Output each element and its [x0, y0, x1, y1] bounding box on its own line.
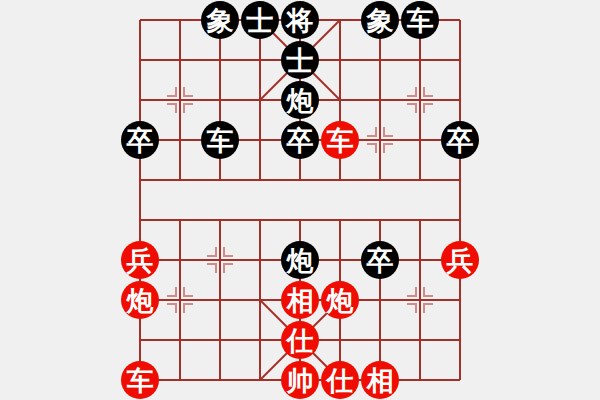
black-chariot[interactable]: 车: [201, 121, 239, 159]
red-cannon[interactable]: 炮: [321, 281, 359, 319]
red-cannon[interactable]: 炮: [121, 281, 159, 319]
black-soldier[interactable]: 卒: [361, 241, 399, 279]
piece-layer: 象士将象车士炮卒车卒车卒兵炮卒兵炮相炮仕车帅仕相: [120, 0, 480, 400]
black-general[interactable]: 将: [281, 1, 319, 39]
red-elephant[interactable]: 相: [281, 281, 319, 319]
black-soldier[interactable]: 卒: [281, 121, 319, 159]
black-soldier[interactable]: 卒: [441, 121, 479, 159]
black-chariot[interactable]: 车: [401, 1, 439, 39]
red-soldier[interactable]: 兵: [121, 241, 159, 279]
red-chariot[interactable]: 车: [321, 121, 359, 159]
black-soldier[interactable]: 卒: [121, 121, 159, 159]
red-general[interactable]: 帅: [281, 361, 319, 399]
black-advisor[interactable]: 士: [281, 41, 319, 79]
black-elephant[interactable]: 象: [361, 1, 399, 39]
black-elephant[interactable]: 象: [201, 1, 239, 39]
red-soldier[interactable]: 兵: [441, 241, 479, 279]
xiangqi-board[interactable]: 象士将象车士炮卒车卒车卒兵炮卒兵炮相炮仕车帅仕相: [0, 0, 600, 400]
red-elephant[interactable]: 相: [361, 361, 399, 399]
red-advisor[interactable]: 仕: [281, 321, 319, 359]
red-chariot[interactable]: 车: [121, 361, 159, 399]
red-advisor[interactable]: 仕: [321, 361, 359, 399]
black-cannon[interactable]: 炮: [281, 81, 319, 119]
black-cannon[interactable]: 炮: [281, 241, 319, 279]
black-advisor[interactable]: 士: [241, 1, 279, 39]
